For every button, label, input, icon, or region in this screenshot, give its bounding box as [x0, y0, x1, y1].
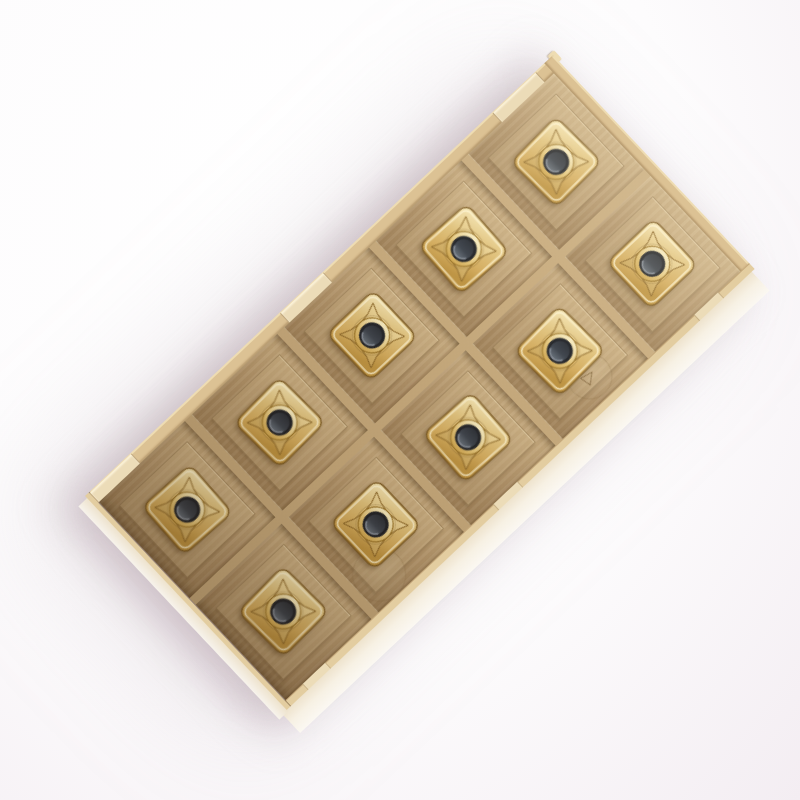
- photo-scene: △: [0, 0, 800, 800]
- insert-tray: △: [76, 55, 772, 737]
